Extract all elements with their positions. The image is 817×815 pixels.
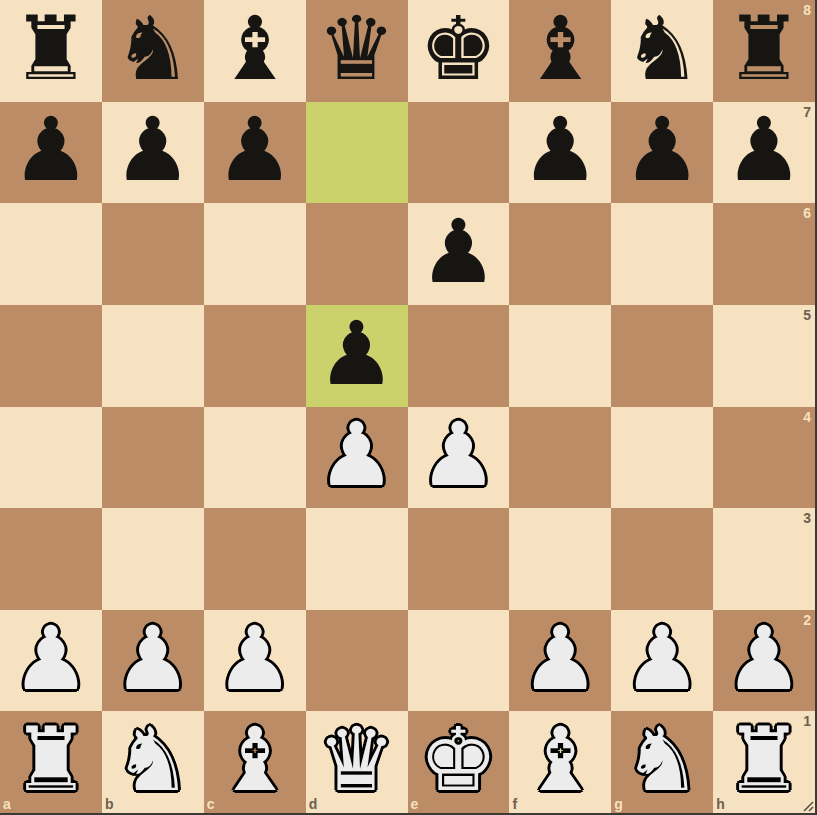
piece-black-pawn-g7[interactable]: ♟ <box>623 106 702 194</box>
piece-white-pawn-h2[interactable]: ♟ <box>725 615 804 703</box>
piece-white-pawn-e4[interactable]: ♟ <box>419 411 498 499</box>
square-h8[interactable]: ♜8 <box>713 0 815 102</box>
piece-white-knight-g1[interactable]: ♞ <box>623 716 702 804</box>
file-label-a: a <box>3 797 11 811</box>
chess-board: ♜♞♝♛♚♝♞♜8♟♟♟♟♟♟7♟6♟5♟♟43♟♟♟♟♟♟2♜a♞b♝c♛d♚… <box>0 0 815 813</box>
file-label-f: f <box>512 797 517 811</box>
square-f1[interactable]: ♝f <box>509 711 611 813</box>
square-b7[interactable]: ♟ <box>102 102 204 204</box>
rank-label-1: 1 <box>803 714 811 728</box>
piece-white-bishop-f1[interactable]: ♝ <box>521 716 600 804</box>
square-d1[interactable]: ♛d <box>306 711 408 813</box>
rank-label-6: 6 <box>803 206 811 220</box>
rank-label-7: 7 <box>803 105 811 119</box>
square-d4[interactable]: ♟ <box>306 407 408 509</box>
piece-black-pawn-e6[interactable]: ♟ <box>419 208 498 296</box>
piece-black-pawn-h7[interactable]: ♟ <box>725 106 804 194</box>
piece-white-pawn-c2[interactable]: ♟ <box>215 615 294 703</box>
file-label-d: d <box>309 797 318 811</box>
piece-black-pawn-a7[interactable]: ♟ <box>11 106 90 194</box>
piece-white-rook-a1[interactable]: ♜ <box>11 716 90 804</box>
square-e4[interactable]: ♟ <box>408 407 510 509</box>
square-g2[interactable]: ♟ <box>611 610 713 712</box>
piece-white-pawn-b2[interactable]: ♟ <box>113 615 192 703</box>
piece-black-pawn-c7[interactable]: ♟ <box>215 106 294 194</box>
square-g7[interactable]: ♟ <box>611 102 713 204</box>
square-e6[interactable]: ♟ <box>408 203 510 305</box>
square-c2[interactable]: ♟ <box>204 610 306 712</box>
square-c1[interactable]: ♝c <box>204 711 306 813</box>
square-h7[interactable]: ♟7 <box>713 102 815 204</box>
piece-black-knight-b8[interactable]: ♞ <box>113 5 192 93</box>
square-a2[interactable]: ♟ <box>0 610 102 712</box>
square-d7[interactable] <box>306 102 408 204</box>
square-g8[interactable]: ♞ <box>611 0 713 102</box>
rank-label-3: 3 <box>803 511 811 525</box>
piece-white-knight-b1[interactable]: ♞ <box>113 716 192 804</box>
square-h4[interactable]: 4 <box>713 407 815 509</box>
square-f4[interactable] <box>509 407 611 509</box>
square-f8[interactable]: ♝ <box>509 0 611 102</box>
square-f6[interactable] <box>509 203 611 305</box>
square-g3[interactable] <box>611 508 713 610</box>
rank-label-5: 5 <box>803 308 811 322</box>
piece-black-bishop-f8[interactable]: ♝ <box>521 5 600 93</box>
piece-black-rook-a8[interactable]: ♜ <box>11 5 90 93</box>
diagonal-resize-icon <box>800 798 815 813</box>
rank-label-2: 2 <box>803 613 811 627</box>
piece-black-pawn-b7[interactable]: ♟ <box>113 106 192 194</box>
square-c3[interactable] <box>204 508 306 610</box>
piece-white-pawn-g2[interactable]: ♟ <box>623 615 702 703</box>
piece-black-queen-d8[interactable]: ♛ <box>317 5 396 93</box>
square-a5[interactable] <box>0 305 102 407</box>
square-h6[interactable]: 6 <box>713 203 815 305</box>
square-e8[interactable]: ♚ <box>408 0 510 102</box>
square-b1[interactable]: ♞b <box>102 711 204 813</box>
resize-handle-icon[interactable] <box>799 797 815 813</box>
piece-white-queen-d1[interactable]: ♛ <box>317 716 396 804</box>
square-e3[interactable] <box>408 508 510 610</box>
square-f2[interactable]: ♟ <box>509 610 611 712</box>
square-b2[interactable]: ♟ <box>102 610 204 712</box>
piece-white-bishop-c1[interactable]: ♝ <box>215 716 294 804</box>
square-b8[interactable]: ♞ <box>102 0 204 102</box>
square-h3[interactable]: 3 <box>713 508 815 610</box>
piece-white-rook-h1[interactable]: ♜ <box>725 716 804 804</box>
file-label-b: b <box>105 797 114 811</box>
square-d6[interactable] <box>306 203 408 305</box>
piece-white-king-e1[interactable]: ♚ <box>419 716 498 804</box>
square-e1[interactable]: ♚e <box>408 711 510 813</box>
square-a6[interactable] <box>0 203 102 305</box>
file-label-e: e <box>411 797 419 811</box>
square-g4[interactable] <box>611 407 713 509</box>
square-c5[interactable] <box>204 305 306 407</box>
square-d5[interactable]: ♟ <box>306 305 408 407</box>
square-b3[interactable] <box>102 508 204 610</box>
file-label-c: c <box>207 797 215 811</box>
square-f5[interactable] <box>509 305 611 407</box>
square-c8[interactable]: ♝ <box>204 0 306 102</box>
square-b5[interactable] <box>102 305 204 407</box>
piece-white-pawn-f2[interactable]: ♟ <box>521 615 600 703</box>
square-c4[interactable] <box>204 407 306 509</box>
piece-black-bishop-c8[interactable]: ♝ <box>215 5 294 93</box>
square-a1[interactable]: ♜a <box>0 711 102 813</box>
square-a3[interactable] <box>0 508 102 610</box>
square-d3[interactable] <box>306 508 408 610</box>
file-label-h: h <box>716 797 725 811</box>
square-h2[interactable]: ♟2 <box>713 610 815 712</box>
square-b4[interactable] <box>102 407 204 509</box>
square-d2[interactable] <box>306 610 408 712</box>
piece-white-pawn-d4[interactable]: ♟ <box>317 411 396 499</box>
square-e2[interactable] <box>408 610 510 712</box>
piece-white-pawn-a2[interactable]: ♟ <box>11 615 90 703</box>
square-g5[interactable] <box>611 305 713 407</box>
piece-black-pawn-d5[interactable]: ♟ <box>317 310 396 398</box>
square-f7[interactable]: ♟ <box>509 102 611 204</box>
square-c6[interactable] <box>204 203 306 305</box>
square-g1[interactable]: ♞g <box>611 711 713 813</box>
rank-label-4: 4 <box>803 410 811 424</box>
rank-label-8: 8 <box>803 3 811 17</box>
square-a8[interactable]: ♜ <box>0 0 102 102</box>
square-d8[interactable]: ♛ <box>306 0 408 102</box>
square-c7[interactable]: ♟ <box>204 102 306 204</box>
square-f3[interactable] <box>509 508 611 610</box>
square-e7[interactable] <box>408 102 510 204</box>
square-h5[interactable]: 5 <box>713 305 815 407</box>
square-b6[interactable] <box>102 203 204 305</box>
square-g6[interactable] <box>611 203 713 305</box>
square-e5[interactable] <box>408 305 510 407</box>
piece-black-king-e8[interactable]: ♚ <box>419 5 498 93</box>
square-a7[interactable]: ♟ <box>0 102 102 204</box>
piece-black-rook-h8[interactable]: ♜ <box>725 5 804 93</box>
piece-black-knight-g8[interactable]: ♞ <box>623 5 702 93</box>
file-label-g: g <box>614 797 623 811</box>
square-a4[interactable] <box>0 407 102 509</box>
piece-black-pawn-f7[interactable]: ♟ <box>521 106 600 194</box>
